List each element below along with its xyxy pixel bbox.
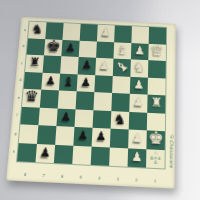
- square-d4[interactable]: [94, 75, 112, 93]
- square-f3[interactable]: ♞: [111, 111, 130, 130]
- square-b6[interactable]: ♟: [61, 40, 79, 57]
- square-d2[interactable]: ♟: [130, 76, 148, 94]
- square-b1[interactable]: ♛: [148, 43, 166, 61]
- square-b8[interactable]: [27, 38, 46, 55]
- square-f7[interactable]: [38, 107, 57, 126]
- piece-white-queen-b1[interactable]: ♛: [150, 43, 164, 58]
- piece-white-pawn-a4[interactable]: ♟: [101, 27, 112, 38]
- chess-board: abcdefgh 87654321 ©Chessware ♞♟♚♟♝♟♛♜♟♟♝…: [6, 17, 176, 189]
- square-f2[interactable]: [129, 111, 147, 130]
- square-e5[interactable]: [76, 91, 95, 109]
- piece-black-pawn-h7[interactable]: ♟: [39, 146, 51, 159]
- square-g4[interactable]: ♟: [92, 128, 111, 147]
- square-h3[interactable]: [109, 147, 128, 167]
- file-label-a: a: [24, 27, 27, 32]
- file-label-b: b: [22, 44, 25, 49]
- file-label-c: c: [21, 60, 24, 65]
- square-b4[interactable]: [96, 41, 114, 58]
- piece-white-bishop-b3[interactable]: ♝: [116, 43, 129, 56]
- square-a6[interactable]: [62, 23, 80, 40]
- piece-black-rook-c8[interactable]: ♜: [29, 56, 41, 68]
- file-label-g: g: [14, 131, 17, 136]
- rank-label-2: 2: [135, 177, 138, 182]
- square-c4[interactable]: ♟: [95, 58, 113, 76]
- rank-label-7: 7: [42, 172, 45, 177]
- file-label-d: d: [19, 78, 22, 83]
- piece-white-bishop-c3[interactable]: ♝: [113, 58, 131, 75]
- square-c6[interactable]: [60, 56, 79, 74]
- square-f4[interactable]: [93, 110, 112, 129]
- square-a3[interactable]: [114, 25, 132, 42]
- piece-black-bishop-d6[interactable]: ♝: [62, 74, 75, 88]
- piece-black-pawn-d7[interactable]: ♟: [45, 75, 56, 87]
- piece-white-rook-e1[interactable]: ♜: [150, 96, 162, 109]
- board-grid: ♞♟♚♟♝♟♛♜♟♟♝♞♟♝♟♟♛♟♜♟♞♟♟♟♚♟♟♘♔♕♗♙: [17, 22, 166, 169]
- square-h2[interactable]: ♟: [128, 148, 147, 168]
- piece-white-pawn-g2[interactable]: ♟: [132, 132, 143, 144]
- square-b3[interactable]: ♝: [113, 42, 131, 60]
- square-g6[interactable]: [55, 126, 74, 145]
- piece-black-knight-a8[interactable]: ♞: [31, 23, 44, 36]
- square-a2[interactable]: [131, 26, 149, 43]
- file-label-h: h: [12, 149, 15, 154]
- square-c1[interactable]: [148, 60, 166, 78]
- square-e7[interactable]: [40, 90, 59, 108]
- square-a4[interactable]: ♟: [97, 25, 115, 42]
- piece-white-pawn-c4[interactable]: ♟: [99, 60, 110, 72]
- square-h8[interactable]: [17, 143, 37, 163]
- square-b5[interactable]: [79, 40, 97, 57]
- square-h1[interactable]: ♘♔♕♗♙: [146, 149, 165, 169]
- board-maker-logo: ♘♔♕♗♙: [146, 149, 165, 169]
- file-label-f: f: [16, 113, 18, 118]
- square-e8[interactable]: ♛: [22, 89, 41, 107]
- rank-label-5: 5: [79, 174, 82, 179]
- square-a5[interactable]: [80, 24, 98, 41]
- rank-label-1: 1: [154, 178, 157, 183]
- square-b2[interactable]: ♟: [131, 43, 149, 61]
- piece-white-king-g1[interactable]: ♚: [148, 130, 164, 148]
- piece-black-pawn-c5[interactable]: ♟: [81, 59, 92, 70]
- square-g7[interactable]: [37, 125, 56, 144]
- square-d5[interactable]: ♟: [77, 74, 96, 92]
- square-b7[interactable]: ♚: [44, 39, 63, 56]
- rank-labels: 87654321: [16, 170, 165, 184]
- square-c5[interactable]: ♟: [78, 57, 96, 75]
- square-c2[interactable]: ♞: [130, 59, 148, 77]
- square-e3[interactable]: [111, 93, 129, 112]
- square-f8[interactable]: [20, 106, 39, 125]
- piece-black-king-b7[interactable]: ♚: [45, 38, 61, 54]
- square-h6[interactable]: [54, 144, 74, 164]
- file-label-e: e: [17, 95, 20, 100]
- piece-black-pawn-b6[interactable]: ♟: [65, 42, 76, 53]
- square-g5[interactable]: ♟: [73, 127, 92, 146]
- square-c3[interactable]: ♝: [113, 59, 131, 77]
- piece-white-pawn-d2[interactable]: ♟: [134, 79, 145, 91]
- square-f5[interactable]: [74, 109, 93, 128]
- square-a8[interactable]: ♞: [28, 22, 46, 39]
- square-d7[interactable]: ♟: [41, 72, 60, 90]
- square-g8[interactable]: [19, 124, 39, 143]
- brand-text: ©Chessware: [169, 134, 174, 168]
- piece-black-knight-f3[interactable]: ♞: [113, 112, 126, 126]
- piece-black-pawn-g5[interactable]: ♟: [77, 129, 89, 141]
- piece-black-pawn-d5[interactable]: ♟: [80, 76, 91, 88]
- piece-white-pawn-b2[interactable]: ♟: [134, 45, 145, 56]
- square-e4[interactable]: [93, 92, 112, 111]
- piece-black-pawn-f6[interactable]: ♟: [60, 110, 71, 122]
- square-d3[interactable]: [112, 76, 130, 94]
- piece-black-pawn-g4[interactable]: ♟: [95, 130, 106, 142]
- square-h7[interactable]: ♟: [35, 143, 55, 163]
- square-c7[interactable]: [43, 55, 62, 73]
- square-e6[interactable]: [58, 90, 77, 108]
- piece-white-pawn-h2[interactable]: ♟: [131, 150, 142, 163]
- square-d6[interactable]: ♝: [59, 73, 78, 91]
- board-scene: abcdefgh 87654321 ©Chessware ♞♟♚♟♝♟♛♜♟♟♝…: [6, 17, 176, 189]
- rank-label-8: 8: [24, 171, 27, 176]
- square-d1[interactable]: [148, 77, 166, 95]
- square-g1[interactable]: ♚: [146, 130, 165, 149]
- square-h4[interactable]: [91, 146, 110, 166]
- square-f6[interactable]: ♟: [56, 108, 75, 127]
- square-g2[interactable]: ♟: [128, 130, 147, 149]
- square-e1[interactable]: ♜: [147, 95, 165, 114]
- rank-label-4: 4: [98, 175, 101, 180]
- photo-background: abcdefgh 87654321 ©Chessware ♞♟♚♟♝♟♛♜♟♟♝…: [0, 0, 200, 200]
- piece-black-queen-e8[interactable]: ♛: [24, 89, 39, 105]
- square-h5[interactable]: [72, 145, 91, 165]
- square-c8[interactable]: ♜: [25, 55, 44, 73]
- piece-white-knight-c2[interactable]: ♞: [133, 61, 146, 74]
- rank-label-6: 6: [61, 173, 64, 178]
- rank-label-3: 3: [116, 176, 119, 181]
- square-g3[interactable]: [110, 129, 129, 148]
- square-e2[interactable]: ♟: [129, 94, 147, 113]
- piece-white-pawn-e2[interactable]: ♟: [133, 96, 144, 108]
